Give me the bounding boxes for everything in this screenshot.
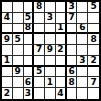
cell-r6c5[interactable] (45, 56, 56, 67)
cell-r9c5[interactable] (45, 88, 56, 99)
cell-r5c4: 7 (34, 45, 45, 56)
cell-r7c1[interactable] (2, 67, 13, 78)
cell-r7c3[interactable] (24, 67, 35, 78)
cell-r4c1: 9 (2, 34, 13, 45)
cell-r3c7[interactable] (67, 24, 78, 35)
cell-r7c5[interactable] (45, 67, 56, 78)
cell-r7c9[interactable] (88, 67, 99, 78)
cell-r2c2[interactable] (13, 13, 24, 24)
cell-r3c9[interactable] (88, 24, 99, 35)
cell-r8c9: 7 (88, 77, 99, 88)
cell-r8c2[interactable] (13, 77, 24, 88)
cell-r6c1: 1 (2, 56, 13, 67)
cell-r5c8[interactable] (77, 45, 88, 56)
cell-r6c6[interactable] (56, 56, 67, 67)
cell-r4c8[interactable] (77, 34, 88, 45)
cell-r7c8[interactable] (77, 67, 88, 78)
cell-r4c6[interactable] (56, 34, 67, 45)
cell-r6c9: 2 (88, 56, 99, 67)
cell-r2c4[interactable] (34, 13, 45, 24)
cell-r9c3: 3 (24, 88, 35, 99)
cell-r3c2[interactable] (13, 24, 24, 35)
cell-r3c5[interactable] (45, 24, 56, 35)
cell-r5c6: 2 (56, 45, 67, 56)
cell-r1c7: 3 (67, 2, 78, 13)
cell-r7c6[interactable] (56, 67, 67, 78)
cell-r2c1: 4 (2, 13, 13, 24)
cell-r5c7[interactable] (67, 45, 78, 56)
cell-r4c9: 8 (88, 34, 99, 45)
cell-r9c6: 4 (56, 88, 67, 99)
cell-r1c9: 5 (88, 2, 99, 13)
cell-r1c4: 8 (34, 2, 45, 13)
cell-r8c3: 6 (24, 77, 35, 88)
cell-r5c5: 9 (45, 45, 56, 56)
cell-r2c9[interactable] (88, 13, 99, 24)
cell-r1c5[interactable] (45, 2, 56, 13)
cell-r3c3: 8 (24, 24, 35, 35)
cell-r2c6[interactable] (56, 13, 67, 24)
cell-r5c2[interactable] (13, 45, 24, 56)
cell-r6c4[interactable] (34, 56, 45, 67)
cell-r6c8: 3 (77, 56, 88, 67)
cell-r9c7[interactable] (67, 88, 78, 99)
cell-r4c2: 5 (13, 34, 24, 45)
cell-r6c7[interactable] (67, 56, 78, 67)
sudoku-board: 83545378169587921329566187234 (0, 0, 101, 101)
cell-r2c5: 3 (45, 13, 56, 24)
cell-r7c7: 6 (67, 67, 78, 78)
cell-r1c1[interactable] (2, 2, 13, 13)
cell-r4c3[interactable] (24, 34, 35, 45)
cell-r8c4[interactable] (34, 77, 45, 88)
cell-r5c1[interactable] (2, 45, 13, 56)
cell-r2c8[interactable] (77, 13, 88, 24)
cell-r6c3[interactable] (24, 56, 35, 67)
cell-r4c7[interactable] (67, 34, 78, 45)
cell-r1c3[interactable] (24, 2, 35, 13)
cell-r6c2[interactable] (13, 56, 24, 67)
cell-r9c8[interactable] (77, 88, 88, 99)
cell-r8c5: 1 (45, 77, 56, 88)
cell-r4c5[interactable] (45, 34, 56, 45)
cell-r5c9[interactable] (88, 45, 99, 56)
cell-r9c4[interactable] (34, 88, 45, 99)
cell-r4c4[interactable] (34, 34, 45, 45)
cell-r3c4[interactable] (34, 24, 45, 35)
cell-r5c3[interactable] (24, 45, 35, 56)
cell-r3c1[interactable] (2, 24, 13, 35)
cell-r3c8: 6 (77, 24, 88, 35)
cell-r9c1: 2 (2, 88, 13, 99)
cell-r3c6: 1 (56, 24, 67, 35)
cell-r8c7: 8 (67, 77, 78, 88)
cell-r1c2[interactable] (13, 2, 24, 13)
cell-r7c2: 9 (13, 67, 24, 78)
cell-r9c2[interactable] (13, 88, 24, 99)
cell-r8c1[interactable] (2, 77, 13, 88)
cell-r8c8[interactable] (77, 77, 88, 88)
cell-r2c3: 5 (24, 13, 35, 24)
cell-r1c6[interactable] (56, 2, 67, 13)
cell-r8c6[interactable] (56, 77, 67, 88)
cell-r1c8[interactable] (77, 2, 88, 13)
cell-r7c4: 5 (34, 67, 45, 78)
cell-r9c9[interactable] (88, 88, 99, 99)
cell-r2c7: 7 (67, 13, 78, 24)
